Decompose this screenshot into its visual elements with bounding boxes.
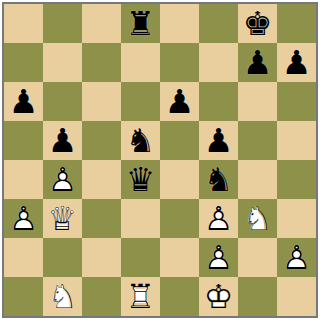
square-c1[interactable] bbox=[82, 277, 121, 316]
square-b4[interactable]: ♟♙ bbox=[43, 160, 82, 199]
square-e1[interactable] bbox=[160, 277, 199, 316]
black-pawn[interactable]: ♟ bbox=[4, 82, 43, 121]
square-d1[interactable]: ♜♖ bbox=[121, 277, 160, 316]
black-pawn[interactable]: ♟ bbox=[43, 121, 82, 160]
square-g2[interactable] bbox=[238, 238, 277, 277]
square-f6[interactable] bbox=[199, 82, 238, 121]
square-f8[interactable] bbox=[199, 4, 238, 43]
square-b6[interactable] bbox=[43, 82, 82, 121]
square-d4[interactable]: ♛ bbox=[121, 160, 160, 199]
square-c5[interactable] bbox=[82, 121, 121, 160]
square-f3[interactable]: ♟♙ bbox=[199, 199, 238, 238]
white-queen[interactable]: ♛♕ bbox=[43, 199, 82, 238]
square-d7[interactable] bbox=[121, 43, 160, 82]
square-g4[interactable] bbox=[238, 160, 277, 199]
square-h6[interactable] bbox=[277, 82, 316, 121]
white-pawn[interactable]: ♟♙ bbox=[43, 160, 82, 199]
square-d2[interactable] bbox=[121, 238, 160, 277]
square-h1[interactable] bbox=[277, 277, 316, 316]
square-g7[interactable]: ♟ bbox=[238, 43, 277, 82]
square-c8[interactable] bbox=[82, 4, 121, 43]
square-c4[interactable] bbox=[82, 160, 121, 199]
square-a6[interactable]: ♟ bbox=[4, 82, 43, 121]
black-king[interactable]: ♚ bbox=[238, 4, 277, 43]
white-pawn[interactable]: ♟♙ bbox=[199, 238, 238, 277]
black-rook[interactable]: ♜ bbox=[121, 4, 160, 43]
square-e8[interactable] bbox=[160, 4, 199, 43]
square-d3[interactable] bbox=[121, 199, 160, 238]
square-a4[interactable] bbox=[4, 160, 43, 199]
white-knight[interactable]: ♞♘ bbox=[43, 277, 82, 316]
square-b7[interactable] bbox=[43, 43, 82, 82]
white-rook[interactable]: ♜♖ bbox=[121, 277, 160, 316]
square-e7[interactable] bbox=[160, 43, 199, 82]
square-g6[interactable] bbox=[238, 82, 277, 121]
square-g5[interactable] bbox=[238, 121, 277, 160]
square-a8[interactable] bbox=[4, 4, 43, 43]
square-f2[interactable]: ♟♙ bbox=[199, 238, 238, 277]
square-e6[interactable]: ♟ bbox=[160, 82, 199, 121]
black-pawn[interactable]: ♟ bbox=[199, 121, 238, 160]
square-b8[interactable] bbox=[43, 4, 82, 43]
square-h3[interactable] bbox=[277, 199, 316, 238]
square-g1[interactable] bbox=[238, 277, 277, 316]
white-knight[interactable]: ♞♘ bbox=[238, 199, 277, 238]
white-pawn[interactable]: ♟♙ bbox=[4, 199, 43, 238]
square-f5[interactable]: ♟ bbox=[199, 121, 238, 160]
black-pawn[interactable]: ♟ bbox=[277, 43, 316, 82]
square-b1[interactable]: ♞♘ bbox=[43, 277, 82, 316]
square-b3[interactable]: ♛♕ bbox=[43, 199, 82, 238]
board-frame: ♜♚♟♟♟♟♟♞♟♟♙♛♞♟♙♛♕♟♙♞♘♟♙♟♙♞♘♜♖♚♔ bbox=[2, 2, 318, 318]
square-c3[interactable] bbox=[82, 199, 121, 238]
square-a2[interactable] bbox=[4, 238, 43, 277]
square-a1[interactable] bbox=[4, 277, 43, 316]
chess-board: ♜♚♟♟♟♟♟♞♟♟♙♛♞♟♙♛♕♟♙♞♘♟♙♟♙♞♘♜♖♚♔ bbox=[4, 4, 316, 316]
white-pawn[interactable]: ♟♙ bbox=[277, 238, 316, 277]
chess-app-window: ♜♚♟♟♟♟♟♞♟♟♙♛♞♟♙♛♕♟♙♞♘♟♙♟♙♞♘♜♖♚♔ bbox=[0, 0, 320, 320]
black-pawn[interactable]: ♟ bbox=[238, 43, 277, 82]
square-f7[interactable] bbox=[199, 43, 238, 82]
square-c6[interactable] bbox=[82, 82, 121, 121]
square-d5[interactable]: ♞ bbox=[121, 121, 160, 160]
square-f4[interactable]: ♞ bbox=[199, 160, 238, 199]
square-h5[interactable] bbox=[277, 121, 316, 160]
square-h2[interactable]: ♟♙ bbox=[277, 238, 316, 277]
square-a3[interactable]: ♟♙ bbox=[4, 199, 43, 238]
square-e5[interactable] bbox=[160, 121, 199, 160]
square-e2[interactable] bbox=[160, 238, 199, 277]
black-pawn[interactable]: ♟ bbox=[160, 82, 199, 121]
white-king[interactable]: ♚♔ bbox=[199, 277, 238, 316]
square-h8[interactable] bbox=[277, 4, 316, 43]
square-c2[interactable] bbox=[82, 238, 121, 277]
square-g3[interactable]: ♞♘ bbox=[238, 199, 277, 238]
square-b5[interactable]: ♟ bbox=[43, 121, 82, 160]
square-b2[interactable] bbox=[43, 238, 82, 277]
square-a7[interactable] bbox=[4, 43, 43, 82]
square-e4[interactable] bbox=[160, 160, 199, 199]
square-a5[interactable] bbox=[4, 121, 43, 160]
square-c7[interactable] bbox=[82, 43, 121, 82]
square-f1[interactable]: ♚♔ bbox=[199, 277, 238, 316]
square-e3[interactable] bbox=[160, 199, 199, 238]
square-h4[interactable] bbox=[277, 160, 316, 199]
square-d6[interactable] bbox=[121, 82, 160, 121]
black-queen[interactable]: ♛ bbox=[121, 160, 160, 199]
black-knight[interactable]: ♞ bbox=[199, 160, 238, 199]
square-g8[interactable]: ♚ bbox=[238, 4, 277, 43]
black-knight[interactable]: ♞ bbox=[121, 121, 160, 160]
square-d8[interactable]: ♜ bbox=[121, 4, 160, 43]
square-h7[interactable]: ♟ bbox=[277, 43, 316, 82]
white-pawn[interactable]: ♟♙ bbox=[199, 199, 238, 238]
